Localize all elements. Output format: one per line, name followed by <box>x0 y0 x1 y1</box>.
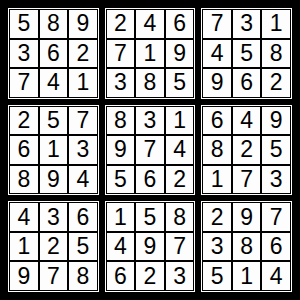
cell-r3c3[interactable]: 1 <box>68 68 98 98</box>
cell-r9c4[interactable]: 6 <box>106 261 136 291</box>
cell-r6c6[interactable]: 2 <box>165 165 195 195</box>
cell-r4c3[interactable]: 7 <box>68 106 98 136</box>
cell-r2c1[interactable]: 3 <box>9 39 39 69</box>
cell-r4c7[interactable]: 6 <box>202 106 232 136</box>
cell-r7c9[interactable]: 7 <box>261 202 291 232</box>
cell-r9c6[interactable]: 3 <box>165 261 195 291</box>
cell-r6c1[interactable]: 8 <box>9 165 39 195</box>
cell-r8c2[interactable]: 2 <box>39 232 69 262</box>
cell-r2c8[interactable]: 5 <box>232 39 262 69</box>
cell-r8c8[interactable]: 8 <box>232 232 262 262</box>
cell-r1c3[interactable]: 9 <box>68 9 98 39</box>
sudoku-board: 5893627412467193857314589622576138948319… <box>0 0 300 300</box>
sudoku-box-1: 589362741 <box>5 5 102 102</box>
cell-r9c5[interactable]: 2 <box>135 261 165 291</box>
cell-r8c7[interactable]: 3 <box>202 232 232 262</box>
sudoku-box-4: 257613894 <box>5 102 102 199</box>
cell-r7c7[interactable]: 2 <box>202 202 232 232</box>
cell-r9c2[interactable]: 7 <box>39 261 69 291</box>
cell-r9c1[interactable]: 9 <box>9 261 39 291</box>
cell-r8c6[interactable]: 7 <box>165 232 195 262</box>
cell-r7c1[interactable]: 4 <box>9 202 39 232</box>
cell-r5c2[interactable]: 1 <box>39 135 69 165</box>
cell-r9c8[interactable]: 1 <box>232 261 262 291</box>
cell-r6c8[interactable]: 7 <box>232 165 262 195</box>
cell-r3c8[interactable]: 6 <box>232 68 262 98</box>
cell-r3c6[interactable]: 5 <box>165 68 195 98</box>
cell-r1c7[interactable]: 7 <box>202 9 232 39</box>
cell-r6c7[interactable]: 1 <box>202 165 232 195</box>
cell-r9c3[interactable]: 8 <box>68 261 98 291</box>
cell-r2c3[interactable]: 2 <box>68 39 98 69</box>
cell-r1c6[interactable]: 6 <box>165 9 195 39</box>
cell-r6c3[interactable]: 4 <box>68 165 98 195</box>
cell-r2c4[interactable]: 7 <box>106 39 136 69</box>
cell-r7c8[interactable]: 9 <box>232 202 262 232</box>
cell-r7c2[interactable]: 3 <box>39 202 69 232</box>
cell-r5c6[interactable]: 4 <box>165 135 195 165</box>
cell-r6c2[interactable]: 9 <box>39 165 69 195</box>
cell-r3c9[interactable]: 2 <box>261 68 291 98</box>
sudoku-box-8: 158497623 <box>102 198 199 295</box>
cell-r5c4[interactable]: 9 <box>106 135 136 165</box>
cell-r9c9[interactable]: 4 <box>261 261 291 291</box>
cell-r7c6[interactable]: 8 <box>165 202 195 232</box>
cell-r5c7[interactable]: 8 <box>202 135 232 165</box>
cell-r3c1[interactable]: 7 <box>9 68 39 98</box>
cell-r2c6[interactable]: 9 <box>165 39 195 69</box>
sudoku-box-9: 297386514 <box>198 198 295 295</box>
cell-r3c7[interactable]: 9 <box>202 68 232 98</box>
cell-r6c4[interactable]: 5 <box>106 165 136 195</box>
sudoku-box-6: 649825173 <box>198 102 295 199</box>
cell-r4c1[interactable]: 2 <box>9 106 39 136</box>
sudoku-box-3: 731458962 <box>198 5 295 102</box>
cell-r5c5[interactable]: 7 <box>135 135 165 165</box>
cell-r3c4[interactable]: 3 <box>106 68 136 98</box>
cell-r1c1[interactable]: 5 <box>9 9 39 39</box>
cell-r5c8[interactable]: 2 <box>232 135 262 165</box>
cell-r2c5[interactable]: 1 <box>135 39 165 69</box>
cell-r4c6[interactable]: 1 <box>165 106 195 136</box>
cell-r2c7[interactable]: 4 <box>202 39 232 69</box>
cell-r3c2[interactable]: 4 <box>39 68 69 98</box>
cell-r5c9[interactable]: 5 <box>261 135 291 165</box>
cell-r4c5[interactable]: 3 <box>135 106 165 136</box>
sudoku-box-7: 436125978 <box>5 198 102 295</box>
cell-r1c8[interactable]: 3 <box>232 9 262 39</box>
cell-r3c5[interactable]: 8 <box>135 68 165 98</box>
cell-r4c4[interactable]: 8 <box>106 106 136 136</box>
cell-r4c9[interactable]: 9 <box>261 106 291 136</box>
cell-r8c1[interactable]: 1 <box>9 232 39 262</box>
cell-r4c8[interactable]: 4 <box>232 106 262 136</box>
cell-r8c4[interactable]: 4 <box>106 232 136 262</box>
cell-r7c5[interactable]: 5 <box>135 202 165 232</box>
cell-r8c9[interactable]: 6 <box>261 232 291 262</box>
cell-r5c1[interactable]: 6 <box>9 135 39 165</box>
cell-r4c2[interactable]: 5 <box>39 106 69 136</box>
cell-r1c2[interactable]: 8 <box>39 9 69 39</box>
cell-r5c3[interactable]: 3 <box>68 135 98 165</box>
cell-r6c5[interactable]: 6 <box>135 165 165 195</box>
cell-r1c9[interactable]: 1 <box>261 9 291 39</box>
cell-r2c9[interactable]: 8 <box>261 39 291 69</box>
cell-r8c3[interactable]: 5 <box>68 232 98 262</box>
cell-r2c2[interactable]: 6 <box>39 39 69 69</box>
sudoku-box-5: 831974562 <box>102 102 199 199</box>
cell-r1c5[interactable]: 4 <box>135 9 165 39</box>
sudoku-box-2: 246719385 <box>102 5 199 102</box>
cell-r1c4[interactable]: 2 <box>106 9 136 39</box>
cell-r7c4[interactable]: 1 <box>106 202 136 232</box>
cell-r8c5[interactable]: 9 <box>135 232 165 262</box>
cell-r9c7[interactable]: 5 <box>202 261 232 291</box>
cell-r6c9[interactable]: 3 <box>261 165 291 195</box>
cell-r7c3[interactable]: 6 <box>68 202 98 232</box>
